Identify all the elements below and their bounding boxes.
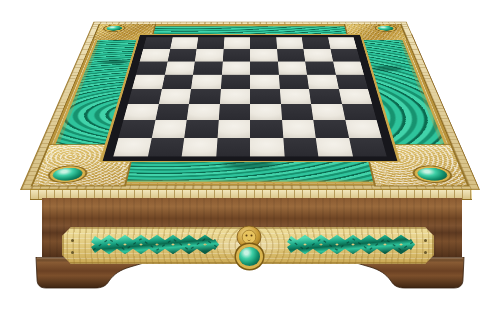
square-b2[interactable] (151, 120, 186, 137)
square-a5[interactable] (132, 75, 164, 89)
square-e7[interactable] (250, 49, 278, 61)
square-a7[interactable] (140, 49, 170, 61)
square-e1[interactable] (250, 138, 284, 157)
square-a2[interactable] (119, 120, 156, 137)
square-h1[interactable] (349, 138, 387, 157)
square-h3[interactable] (342, 104, 377, 120)
square-b4[interactable] (158, 89, 191, 104)
square-b3[interactable] (155, 104, 189, 120)
square-b8[interactable] (170, 37, 198, 49)
square-c1[interactable] (182, 138, 217, 157)
square-h2[interactable] (345, 120, 382, 137)
panel-screw (424, 239, 427, 242)
square-c7[interactable] (195, 49, 223, 61)
square-h8[interactable] (328, 37, 357, 49)
square-b1[interactable] (147, 138, 184, 157)
square-f2[interactable] (282, 120, 316, 137)
square-a8[interactable] (143, 37, 172, 49)
square-f1[interactable] (283, 138, 318, 157)
square-b5[interactable] (162, 75, 193, 89)
square-f8[interactable] (276, 37, 304, 49)
square-g3[interactable] (311, 104, 345, 120)
square-a1[interactable] (113, 138, 151, 157)
square-h4[interactable] (338, 89, 372, 104)
square-f3[interactable] (281, 104, 314, 120)
square-g4[interactable] (309, 89, 342, 104)
square-g1[interactable] (316, 138, 353, 157)
chess-board (113, 37, 386, 156)
square-g7[interactable] (303, 49, 332, 61)
panel-screw (71, 239, 74, 242)
square-g5[interactable] (307, 75, 338, 89)
square-b6[interactable] (165, 61, 195, 74)
board-black-rim (99, 34, 400, 162)
square-e3[interactable] (250, 104, 282, 120)
square-e5[interactable] (250, 75, 279, 89)
square-c6[interactable] (193, 61, 222, 74)
square-c5[interactable] (191, 75, 221, 89)
square-f7[interactable] (277, 49, 305, 61)
square-b7[interactable] (167, 49, 196, 61)
drawer-knob-cabochon[interactable] (239, 247, 260, 266)
square-e2[interactable] (250, 120, 283, 137)
square-g8[interactable] (302, 37, 330, 49)
square-a4[interactable] (128, 89, 162, 104)
square-c8[interactable] (197, 37, 225, 49)
square-d1[interactable] (216, 138, 250, 157)
square-c2[interactable] (184, 120, 218, 137)
chess-casket (0, 0, 500, 311)
square-g6[interactable] (305, 61, 335, 74)
panel-screw (71, 251, 74, 254)
square-a6[interactable] (136, 61, 167, 74)
square-a3[interactable] (123, 104, 158, 120)
square-h5[interactable] (335, 75, 367, 89)
square-h6[interactable] (333, 61, 364, 74)
square-g2[interactable] (313, 120, 348, 137)
square-c3[interactable] (187, 104, 220, 120)
square-f6[interactable] (278, 61, 307, 74)
square-e8[interactable] (250, 37, 277, 49)
square-d8[interactable] (223, 37, 250, 49)
square-e6[interactable] (250, 61, 278, 74)
square-f5[interactable] (278, 75, 308, 89)
square-e4[interactable] (250, 89, 281, 104)
square-f4[interactable] (279, 89, 311, 104)
square-c4[interactable] (189, 89, 221, 104)
square-d2[interactable] (217, 120, 250, 137)
casket-lid (20, 22, 480, 190)
malachite-zigzag-inlay-right (286, 234, 416, 254)
square-d3[interactable] (218, 104, 250, 120)
panel-screw (424, 251, 427, 254)
square-d5[interactable] (221, 75, 250, 89)
square-d4[interactable] (219, 89, 250, 104)
square-d7[interactable] (222, 49, 250, 61)
square-h7[interactable] (330, 49, 360, 61)
square-d6[interactable] (222, 61, 250, 74)
malachite-zigzag-inlay-left (90, 234, 220, 254)
